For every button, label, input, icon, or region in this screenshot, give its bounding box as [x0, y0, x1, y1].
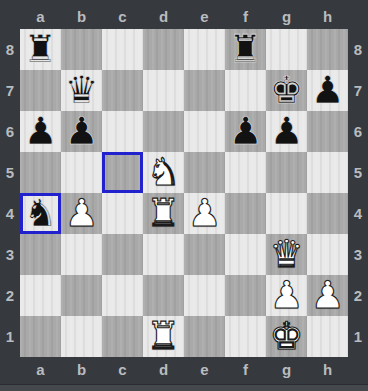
square-f4[interactable] [225, 193, 266, 234]
piece-black-knight[interactable]: ♞ [23, 193, 57, 234]
square-h7[interactable]: ♟ [307, 70, 348, 111]
rank-label-right-5: 5 [348, 152, 368, 193]
file-label-bottom-e: e [184, 357, 225, 381]
square-d4[interactable]: ♜ [143, 193, 184, 234]
file-label-top-g: g [266, 0, 307, 29]
rank-label-left-5: 5 [0, 152, 20, 193]
piece-black-pawn[interactable]: ♟ [269, 111, 303, 152]
rank-label-right-3: 3 [348, 234, 368, 275]
piece-black-rook[interactable]: ♜ [228, 29, 262, 70]
square-a7[interactable] [20, 70, 61, 111]
square-h6[interactable] [307, 111, 348, 152]
square-e2[interactable] [184, 275, 225, 316]
square-f1[interactable] [225, 316, 266, 357]
piece-white-rook[interactable]: ♜ [146, 316, 180, 357]
square-d7[interactable] [143, 70, 184, 111]
square-a2[interactable] [20, 275, 61, 316]
square-c2[interactable] [102, 275, 143, 316]
square-h3[interactable] [307, 234, 348, 275]
piece-white-pawn[interactable]: ♟ [64, 193, 98, 234]
square-b3[interactable] [61, 234, 102, 275]
file-label-top-d: d [143, 0, 184, 29]
piece-white-rook[interactable]: ♜ [146, 193, 180, 234]
piece-black-rook[interactable]: ♜ [23, 29, 57, 70]
rank-label-right-4: 4 [348, 193, 368, 234]
square-g1[interactable]: ♚ [266, 316, 307, 357]
rank-label-right-7: 7 [348, 70, 368, 111]
square-d1[interactable]: ♜ [143, 316, 184, 357]
piece-white-queen[interactable]: ♛ [269, 234, 303, 275]
file-label-top-b: b [61, 0, 102, 29]
square-f8[interactable]: ♜ [225, 29, 266, 70]
file-labels-top: abcdefgh [20, 0, 348, 29]
square-g4[interactable] [266, 193, 307, 234]
square-d5[interactable]: ♞ [143, 152, 184, 193]
square-a6[interactable]: ♟ [20, 111, 61, 152]
piece-black-pawn[interactable]: ♟ [228, 111, 262, 152]
square-h2[interactable]: ♟ [307, 275, 348, 316]
file-label-bottom-g: g [266, 357, 307, 381]
square-d3[interactable] [143, 234, 184, 275]
square-b1[interactable] [61, 316, 102, 357]
file-label-bottom-c: c [102, 357, 143, 381]
square-c1[interactable] [102, 316, 143, 357]
square-a5[interactable] [20, 152, 61, 193]
file-label-bottom-f: f [225, 357, 266, 381]
piece-black-pawn[interactable]: ♟ [310, 70, 344, 111]
piece-white-pawn[interactable]: ♟ [269, 275, 303, 316]
square-h8[interactable] [307, 29, 348, 70]
square-f6[interactable]: ♟ [225, 111, 266, 152]
rank-label-left-6: 6 [0, 111, 20, 152]
rank-labels-left: 87654321 [0, 29, 20, 357]
rank-label-right-8: 8 [348, 29, 368, 70]
square-d6[interactable] [143, 111, 184, 152]
rank-label-left-1: 1 [0, 316, 20, 357]
square-b4[interactable]: ♟ [61, 193, 102, 234]
square-e8[interactable] [184, 29, 225, 70]
square-f5[interactable] [225, 152, 266, 193]
square-f3[interactable] [225, 234, 266, 275]
file-label-bottom-h: h [307, 357, 348, 381]
square-g2[interactable]: ♟ [266, 275, 307, 316]
file-label-top-a: a [20, 0, 61, 29]
square-b7[interactable]: ♛ [61, 70, 102, 111]
square-f7[interactable] [225, 70, 266, 111]
piece-white-king[interactable]: ♚ [269, 316, 303, 357]
piece-white-pawn[interactable]: ♟ [310, 275, 344, 316]
file-label-bottom-a: a [20, 357, 61, 381]
rank-label-left-4: 4 [0, 193, 20, 234]
rank-label-right-6: 6 [348, 111, 368, 152]
square-c5[interactable] [102, 152, 143, 193]
square-e4[interactable]: ♟ [184, 193, 225, 234]
rank-label-left-8: 8 [0, 29, 20, 70]
square-a8[interactable]: ♜ [20, 29, 61, 70]
rank-label-left-7: 7 [0, 70, 20, 111]
file-label-top-e: e [184, 0, 225, 29]
square-c3[interactable] [102, 234, 143, 275]
square-a4[interactable]: ♞ [20, 193, 61, 234]
piece-black-queen[interactable]: ♛ [64, 70, 98, 111]
square-h5[interactable] [307, 152, 348, 193]
square-b5[interactable] [61, 152, 102, 193]
rank-label-right-2: 2 [348, 275, 368, 316]
file-label-top-c: c [102, 0, 143, 29]
piece-white-knight[interactable]: ♞ [146, 152, 180, 193]
square-e6[interactable] [184, 111, 225, 152]
square-c7[interactable] [102, 70, 143, 111]
piece-black-pawn[interactable]: ♟ [64, 111, 98, 152]
file-labels-bottom: abcdefgh [20, 357, 348, 381]
square-h1[interactable] [307, 316, 348, 357]
square-f2[interactable] [225, 275, 266, 316]
square-d2[interactable] [143, 275, 184, 316]
square-b2[interactable] [61, 275, 102, 316]
square-g3[interactable]: ♛ [266, 234, 307, 275]
bottom-divider [0, 384, 368, 391]
file-label-bottom-b: b [61, 357, 102, 381]
piece-black-pawn[interactable]: ♟ [23, 111, 57, 152]
square-c4[interactable] [102, 193, 143, 234]
rank-label-left-2: 2 [0, 275, 20, 316]
square-g8[interactable] [266, 29, 307, 70]
square-g7[interactable]: ♚ [266, 70, 307, 111]
square-a3[interactable] [20, 234, 61, 275]
file-label-bottom-d: d [143, 357, 184, 381]
square-g6[interactable]: ♟ [266, 111, 307, 152]
square-d8[interactable] [143, 29, 184, 70]
square-e1[interactable] [184, 316, 225, 357]
square-g5[interactable] [266, 152, 307, 193]
square-a1[interactable] [20, 316, 61, 357]
square-b8[interactable] [61, 29, 102, 70]
square-e7[interactable] [184, 70, 225, 111]
square-c8[interactable] [102, 29, 143, 70]
file-label-top-f: f [225, 0, 266, 29]
file-label-top-h: h [307, 0, 348, 29]
rank-labels-right: 87654321 [348, 29, 368, 357]
square-e5[interactable] [184, 152, 225, 193]
rank-label-right-1: 1 [348, 316, 368, 357]
rank-label-left-3: 3 [0, 234, 20, 275]
piece-white-pawn[interactable]: ♟ [187, 193, 221, 234]
square-h4[interactable] [307, 193, 348, 234]
square-c6[interactable] [102, 111, 143, 152]
chess-board-widget: abcdefgh abcdefgh 87654321 87654321 ♜♜♛♚… [0, 0, 368, 391]
board: ♜♜♛♚♟♟♟♟♟♞♞♟♜♟♛♟♟♜♚ [20, 29, 348, 357]
square-e3[interactable] [184, 234, 225, 275]
square-b6[interactable]: ♟ [61, 111, 102, 152]
piece-black-king[interactable]: ♚ [269, 70, 303, 111]
